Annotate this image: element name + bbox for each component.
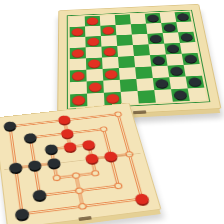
- checker-red: ●: [105, 92, 120, 104]
- checkers-board: ●●●●●●●●●●●●●●●●●●●●●●●●: [57, 4, 221, 117]
- morris-board: ●●●●●●●●●●●●●●●: [0, 103, 162, 224]
- checker-black: ●: [163, 22, 177, 32]
- morris-piece-red: ●: [62, 140, 78, 153]
- checkers-board-frame: ●●●●●●●●●●●●●●●●●●●●●●●●: [57, 4, 221, 117]
- checkers-square: [151, 66, 169, 78]
- morris-point: [53, 175, 61, 181]
- morris-piece-black: ●: [31, 187, 48, 202]
- morris-piece-black: ●: [23, 131, 38, 144]
- checker-black: ●: [176, 12, 190, 22]
- morris-piece-black: ●: [2, 120, 17, 132]
- morris-point: [114, 183, 122, 189]
- checkers-square: ●: [178, 32, 195, 43]
- checker-red: ●: [103, 46, 117, 57]
- checker-black: ●: [187, 76, 203, 88]
- morris-piece-black: ●: [46, 156, 62, 170]
- morris-piece-red: ●: [84, 151, 100, 164]
- checkers-square: [86, 47, 102, 59]
- morris-point: [72, 173, 80, 179]
- checkers-square: [116, 35, 133, 46]
- checkers-square: [70, 58, 86, 70]
- morris-board-surface: ●●●●●●●●●●●●●●●: [0, 103, 162, 224]
- morris-point: [79, 203, 87, 209]
- checker-red: ●: [102, 25, 115, 35]
- checker-red: ●: [72, 94, 86, 107]
- morris-point: [114, 112, 121, 117]
- morris-piece-black: ●: [43, 142, 59, 155]
- checker-black: ●: [173, 88, 189, 100]
- checkers-grid: ●●●●●●●●●●●●●●●●●●●●●●●●: [70, 12, 207, 107]
- checkers-square: [184, 64, 202, 76]
- checkers-square: [101, 35, 117, 46]
- morris-hinge: [78, 216, 91, 221]
- checkers-square: ●: [70, 94, 87, 107]
- morris-piece-red: ●: [80, 138, 96, 151]
- checkers-square: [70, 81, 87, 94]
- checkers-square: ●: [85, 36, 101, 47]
- checker-black: ●: [179, 32, 193, 42]
- checkers-square: ●: [103, 68, 120, 81]
- checkers-square: ●: [70, 47, 86, 59]
- checkers-pinstripe-border: ●●●●●●●●●●●●●●●●●●●●●●●●: [67, 10, 211, 110]
- morris-piece-black: ●: [27, 158, 43, 172]
- morris-point: [75, 188, 83, 194]
- checkers-square: ●: [70, 70, 87, 83]
- checkers-square: [169, 76, 187, 89]
- checkers-square: ●: [101, 46, 118, 58]
- checker-red: ●: [104, 68, 118, 80]
- checkers-square: ●: [153, 77, 171, 90]
- checkers-square: [132, 34, 149, 45]
- checkers-square: ●: [164, 43, 181, 55]
- checkers-square: [103, 80, 120, 93]
- checker-red: ●: [87, 36, 100, 47]
- checkers-square: ●: [171, 88, 190, 101]
- checkers-square: ●: [168, 65, 186, 77]
- checkers-square: ●: [86, 58, 103, 70]
- checkers-square: [166, 54, 184, 66]
- checker-black: ●: [151, 54, 166, 65]
- checkers-square: [133, 44, 150, 56]
- checker-black: ●: [169, 65, 184, 77]
- product-photo-scene: ●●●●●●●●●●●●●●●●●●●●●●●● ●●●●●●●●●●●●●●●: [0, 0, 224, 224]
- checkers-square: ●: [150, 54, 168, 66]
- checker-red: ●: [87, 58, 101, 69]
- morris-piece-black: ●: [8, 160, 24, 174]
- checker-red: ●: [88, 81, 102, 93]
- checkers-square: [136, 78, 154, 91]
- checker-red: ●: [71, 70, 85, 82]
- morris-piece-black: ●: [14, 206, 31, 221]
- checker-black: ●: [166, 43, 181, 54]
- morris-point: [91, 170, 99, 176]
- checker-black: ●: [149, 33, 163, 43]
- checkers-square: ●: [186, 76, 205, 89]
- checkers-square: [163, 32, 180, 43]
- checker-black: ●: [146, 13, 160, 23]
- morris-point: [100, 127, 107, 132]
- checkers-square: [119, 67, 136, 79]
- checker-black: ●: [154, 77, 169, 89]
- checkers-hinge: [133, 110, 146, 114]
- checkers-square: [117, 45, 134, 57]
- checkers-square: [87, 93, 105, 106]
- checkers-square: ●: [182, 53, 200, 65]
- checkers-square: ●: [147, 33, 164, 44]
- checkers-square: [134, 55, 151, 67]
- morris-piece-red: ●: [102, 149, 119, 162]
- checkers-square: [86, 69, 103, 82]
- checkers-square: [188, 88, 207, 101]
- checker-red: ●: [71, 26, 84, 36]
- checker-red: ●: [86, 16, 99, 26]
- checker-red: ●: [71, 47, 84, 58]
- checkers-square: ●: [87, 81, 104, 94]
- checkers-square: [120, 79, 138, 92]
- morris-piece-red: ●: [57, 114, 72, 126]
- checkers-square: [138, 90, 156, 103]
- checkers-square: [70, 37, 86, 48]
- checkers-square: [135, 66, 153, 78]
- checkers-square: [118, 56, 135, 68]
- checker-black: ●: [183, 53, 198, 64]
- checkers-square: [180, 42, 198, 54]
- checkers-square: [154, 89, 173, 102]
- morris-piece-red: ●: [59, 126, 75, 139]
- checkers-square: [149, 44, 166, 56]
- checkers-square: [102, 57, 119, 69]
